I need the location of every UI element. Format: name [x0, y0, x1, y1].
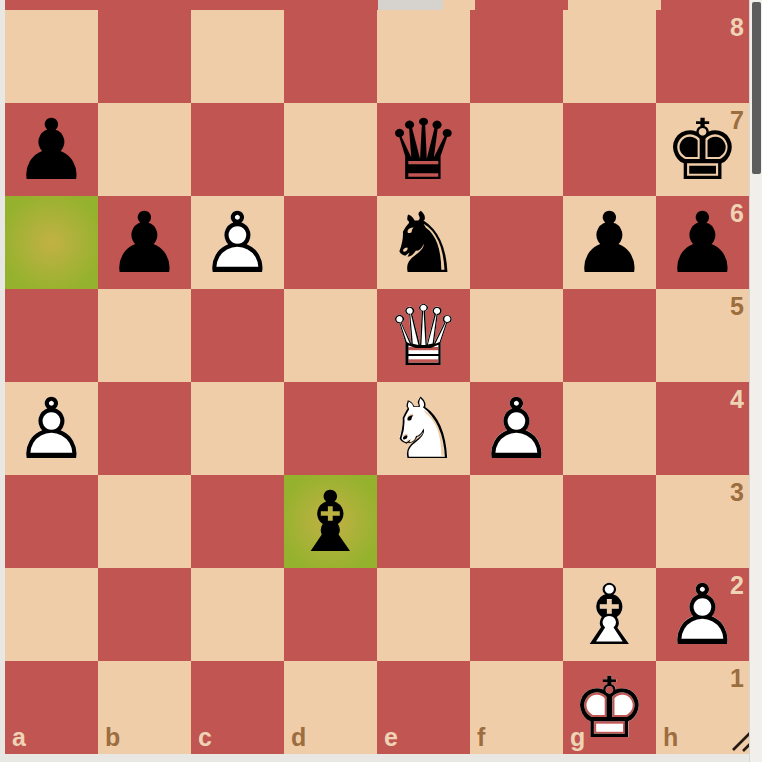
page: 8♟♛♚7♟♟♙♞♟♟6♛♕5♟♙♞♘♟♙4♝3♝♗♟♙2abcdef♚♔g1h	[0, 0, 762, 762]
piece-outline-glyph: ♘	[377, 382, 470, 475]
white-king[interactable]: ♚♔	[563, 661, 656, 754]
square-g8[interactable]	[563, 10, 656, 103]
board-top-edge-segment	[568, 0, 661, 10]
piece-outline-glyph: ♙	[656, 568, 749, 661]
piece-fill-glyph: ♞	[377, 196, 470, 289]
white-bishop[interactable]: ♝♗	[563, 568, 656, 661]
square-d5[interactable]	[284, 289, 377, 382]
square-a1[interactable]: a	[5, 661, 98, 754]
square-a4[interactable]: ♟♙	[5, 382, 98, 475]
square-h4[interactable]: 4	[656, 382, 749, 475]
file-label-e: e	[384, 723, 398, 752]
white-knight[interactable]: ♞♘	[377, 382, 470, 475]
piece-fill-glyph: ♟	[563, 196, 656, 289]
square-f2[interactable]	[470, 568, 563, 661]
piece-fill-glyph: ♟	[98, 196, 191, 289]
white-pawn[interactable]: ♟♙	[5, 382, 98, 475]
board-top-edge-segment	[443, 0, 475, 10]
board-top-edge	[5, 0, 749, 10]
square-f7[interactable]	[470, 103, 563, 196]
black-pawn[interactable]: ♟	[98, 196, 191, 289]
square-d1[interactable]: d	[284, 661, 377, 754]
piece-outline-glyph: ♙	[191, 196, 284, 289]
file-label-a: a	[12, 723, 26, 752]
rank-label-8: 8	[730, 13, 744, 42]
square-b4[interactable]	[98, 382, 191, 475]
piece-fill-glyph: ♚	[656, 103, 749, 196]
square-c1[interactable]: c	[191, 661, 284, 754]
file-label-c: c	[198, 723, 212, 752]
square-f5[interactable]	[470, 289, 563, 382]
white-pawn[interactable]: ♟♙	[191, 196, 284, 289]
square-g7[interactable]	[563, 103, 656, 196]
square-e7[interactable]: ♛	[377, 103, 470, 196]
square-c8[interactable]	[191, 10, 284, 103]
square-c7[interactable]	[191, 103, 284, 196]
square-e5[interactable]: ♛♕	[377, 289, 470, 382]
square-e3[interactable]	[377, 475, 470, 568]
piece-outline-glyph: ♕	[377, 289, 470, 382]
square-e8[interactable]	[377, 10, 470, 103]
black-pawn[interactable]: ♟	[656, 196, 749, 289]
square-d3[interactable]: ♝	[284, 475, 377, 568]
piece-fill-glyph: ♝	[284, 475, 377, 568]
board-top-edge-segment	[475, 0, 568, 10]
black-knight[interactable]: ♞	[377, 196, 470, 289]
scrollbar[interactable]	[749, 0, 762, 762]
chess-board: 8♟♛♚7♟♟♙♞♟♟6♛♕5♟♙♞♘♟♙4♝3♝♗♟♙2abcdef♚♔g1h	[5, 10, 749, 754]
square-c4[interactable]	[191, 382, 284, 475]
square-f3[interactable]	[470, 475, 563, 568]
square-d2[interactable]	[284, 568, 377, 661]
square-h2[interactable]: ♟♙2	[656, 568, 749, 661]
file-label-b: b	[105, 723, 120, 752]
rank-label-1: 1	[730, 664, 744, 693]
square-b3[interactable]	[98, 475, 191, 568]
board-top-edge-segment	[661, 0, 749, 10]
square-g6[interactable]: ♟	[563, 196, 656, 289]
black-bishop[interactable]: ♝	[284, 475, 377, 568]
square-h7[interactable]: ♚7	[656, 103, 749, 196]
piece-fill-glyph: ♟	[5, 103, 98, 196]
square-d8[interactable]	[284, 10, 377, 103]
square-e1[interactable]: e	[377, 661, 470, 754]
rank-label-3: 3	[730, 478, 744, 507]
square-c3[interactable]	[191, 475, 284, 568]
piece-fill-glyph: ♛	[377, 103, 470, 196]
white-pawn[interactable]: ♟♙	[470, 382, 563, 475]
square-b6[interactable]: ♟	[98, 196, 191, 289]
piece-outline-glyph: ♔	[563, 661, 656, 754]
square-a6[interactable]	[5, 196, 98, 289]
square-b8[interactable]	[98, 10, 191, 103]
square-g3[interactable]	[563, 475, 656, 568]
square-h6[interactable]: ♟6	[656, 196, 749, 289]
square-e4[interactable]: ♞♘	[377, 382, 470, 475]
square-e6[interactable]: ♞	[377, 196, 470, 289]
file-label-h: h	[663, 723, 678, 752]
square-h3[interactable]: 3	[656, 475, 749, 568]
square-a8[interactable]	[5, 10, 98, 103]
rank-label-4: 4	[730, 385, 744, 414]
piece-outline-glyph: ♙	[470, 382, 563, 475]
square-a7[interactable]: ♟	[5, 103, 98, 196]
square-f8[interactable]	[470, 10, 563, 103]
square-h8[interactable]: 8	[656, 10, 749, 103]
square-b2[interactable]	[98, 568, 191, 661]
square-a3[interactable]	[5, 475, 98, 568]
black-king[interactable]: ♚	[656, 103, 749, 196]
square-b7[interactable]	[98, 103, 191, 196]
white-pawn[interactable]: ♟♙	[656, 568, 749, 661]
square-g5[interactable]	[563, 289, 656, 382]
scrollbar-thumb[interactable]	[752, 2, 761, 174]
board-top-edge-segment	[5, 0, 378, 10]
black-queen[interactable]: ♛	[377, 103, 470, 196]
square-c5[interactable]	[191, 289, 284, 382]
square-f4[interactable]: ♟♙	[470, 382, 563, 475]
square-a5[interactable]	[5, 289, 98, 382]
square-d6[interactable]	[284, 196, 377, 289]
white-queen[interactable]: ♛♕	[377, 289, 470, 382]
file-label-f: f	[477, 723, 485, 752]
square-c2[interactable]	[191, 568, 284, 661]
square-b1[interactable]: b	[98, 661, 191, 754]
black-pawn[interactable]: ♟	[563, 196, 656, 289]
square-g4[interactable]	[563, 382, 656, 475]
piece-outline-glyph: ♗	[563, 568, 656, 661]
square-h5[interactable]: 5	[656, 289, 749, 382]
piece-fill-glyph: ♟	[656, 196, 749, 289]
square-d7[interactable]	[284, 103, 377, 196]
square-a2[interactable]	[5, 568, 98, 661]
square-c6[interactable]: ♟♙	[191, 196, 284, 289]
file-label-d: d	[291, 723, 306, 752]
square-d4[interactable]	[284, 382, 377, 475]
square-g1[interactable]: ♚♔g	[563, 661, 656, 754]
square-e2[interactable]	[377, 568, 470, 661]
black-pawn[interactable]: ♟	[5, 103, 98, 196]
square-b5[interactable]	[98, 289, 191, 382]
square-f6[interactable]	[470, 196, 563, 289]
piece-outline-glyph: ♙	[5, 382, 98, 475]
board-top-edge-segment	[378, 0, 443, 10]
rank-label-5: 5	[730, 292, 744, 321]
square-f1[interactable]: f	[470, 661, 563, 754]
square-g2[interactable]: ♝♗	[563, 568, 656, 661]
